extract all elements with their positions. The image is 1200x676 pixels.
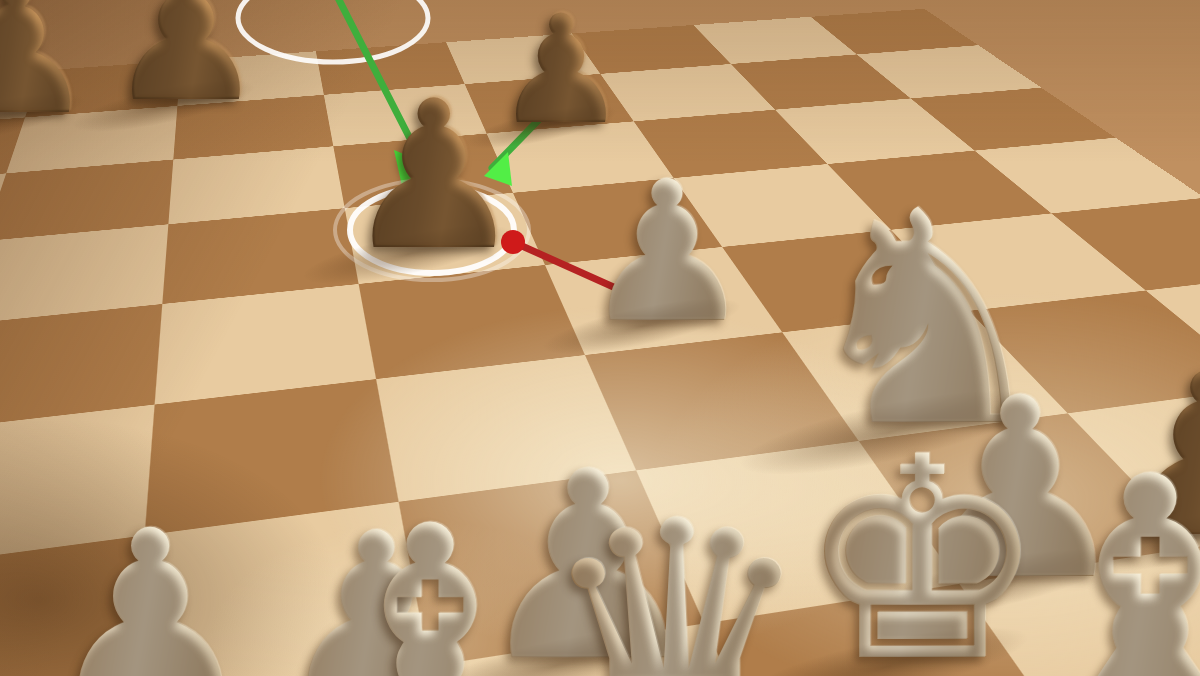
white-bishop-c1[interactable]: ♝ [298,488,562,676]
black-pawn-d5[interactable]: ♟ [342,74,526,279]
white-bishop-f1[interactable]: ♝ [1002,434,1200,676]
white-pawn-e4[interactable]: ♟ [580,155,755,350]
pieces-layer: ♟♟♟♟♟♞♟♚♝♟♛♟♝♟♟ [0,0,1200,676]
white-pawn-b2[interactable]: ♟ [42,499,257,676]
chess-3d-scene: ♟♟♟♟♟♞♟♚♝♟♛♟♝♟♟ [0,0,1200,676]
white-queen-d1[interactable]: ♛ [537,481,815,676]
black-pawn-c7[interactable]: ♟ [105,0,266,127]
black-pawn-b7[interactable]: ♟ [0,0,97,140]
